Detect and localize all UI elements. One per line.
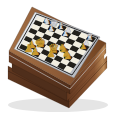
piece-h6-gold-P[interactable]: ♟ (80, 42, 87, 51)
piece-c7-silver-P[interactable]: ♟ (48, 24, 55, 33)
chess-box-photo: ♞♚♝♟♜♟♟♟♟♞♚♛♞♟♟♟♟ (0, 0, 120, 120)
piece-g3-gold-N[interactable]: ♞ (62, 48, 73, 62)
piece-e7-silver-P[interactable]: ♟ (62, 29, 69, 38)
chess-box-scene: ♞♚♝♟♜♟♟♟♟♞♚♛♞♟♟♟♟ (0, 0, 120, 120)
piece-e2-gold-P[interactable]: ♟ (46, 48, 55, 59)
piece-c1-gold-P[interactable]: ♟ (31, 45, 41, 58)
